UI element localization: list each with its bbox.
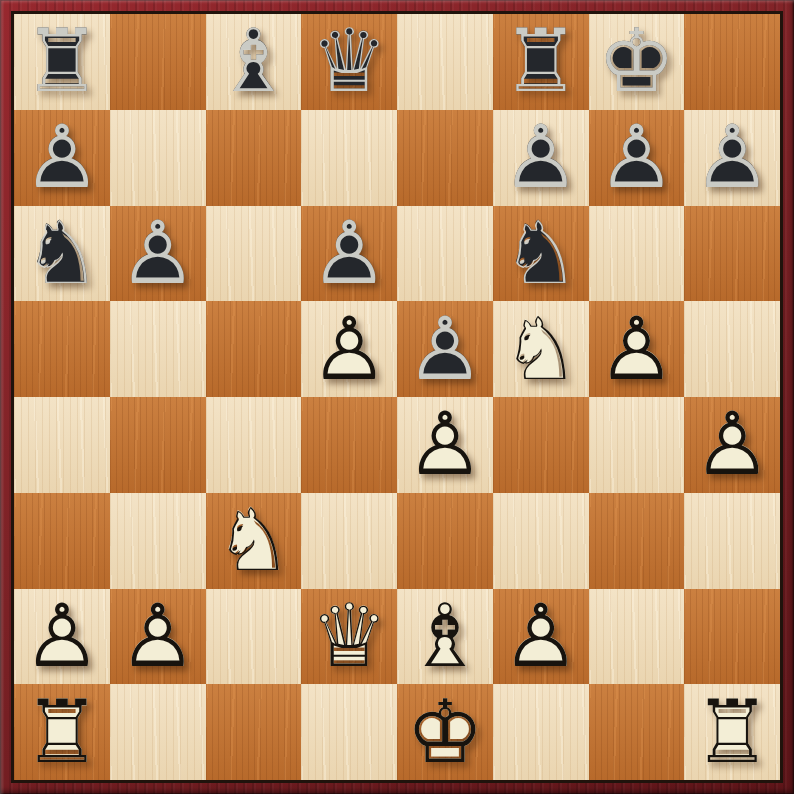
square-h4[interactable]: ♟♙ bbox=[684, 397, 780, 493]
square-c2[interactable] bbox=[206, 589, 302, 685]
square-b6[interactable]: ♟♙ bbox=[110, 206, 206, 302]
board-inner-border: ♜♖♝♗♛♕♜♖♚♔♟♙♟♙♟♙♟♙♞♘♟♙♟♙♞♘♟♙♟♙♞♘♟♙♟♙♟♙♞♘… bbox=[11, 11, 783, 783]
white-queen-outline-icon: ♕ bbox=[301, 589, 397, 685]
square-a1[interactable]: ♜♖ bbox=[14, 684, 110, 780]
square-d8[interactable]: ♛♕ bbox=[301, 14, 397, 110]
white-pawn-outline-icon: ♙ bbox=[301, 301, 397, 397]
square-f2[interactable]: ♟♙ bbox=[493, 589, 589, 685]
white-pawn-outline-icon: ♙ bbox=[397, 397, 493, 493]
square-a6[interactable]: ♞♘ bbox=[14, 206, 110, 302]
square-g1[interactable] bbox=[589, 684, 685, 780]
piece-black-bishop[interactable]: ♝♗ bbox=[206, 14, 302, 110]
square-e6[interactable] bbox=[397, 206, 493, 302]
square-b2[interactable]: ♟♙ bbox=[110, 589, 206, 685]
square-g2[interactable] bbox=[589, 589, 685, 685]
square-g5[interactable]: ♟♙ bbox=[589, 301, 685, 397]
piece-black-knight[interactable]: ♞♘ bbox=[493, 206, 589, 302]
piece-black-rook[interactable]: ♜♖ bbox=[493, 14, 589, 110]
piece-white-pawn[interactable]: ♟♙ bbox=[684, 397, 780, 493]
black-pawn-outline-icon: ♙ bbox=[14, 110, 110, 206]
black-pawn-outline-icon: ♙ bbox=[493, 110, 589, 206]
square-g8[interactable]: ♚♔ bbox=[589, 14, 685, 110]
white-pawn-outline-icon: ♙ bbox=[110, 589, 206, 685]
square-f7[interactable]: ♟♙ bbox=[493, 110, 589, 206]
square-g4[interactable] bbox=[589, 397, 685, 493]
square-f3[interactable] bbox=[493, 493, 589, 589]
white-knight-outline-icon: ♘ bbox=[206, 493, 302, 589]
square-b7[interactable] bbox=[110, 110, 206, 206]
square-b1[interactable] bbox=[110, 684, 206, 780]
piece-black-pawn[interactable]: ♟♙ bbox=[589, 110, 685, 206]
piece-white-pawn[interactable]: ♟♙ bbox=[589, 301, 685, 397]
square-f5[interactable]: ♞♘ bbox=[493, 301, 589, 397]
square-e5[interactable]: ♟♙ bbox=[397, 301, 493, 397]
piece-black-rook[interactable]: ♜♖ bbox=[14, 14, 110, 110]
black-knight-outline-icon: ♘ bbox=[493, 206, 589, 302]
piece-white-bishop[interactable]: ♝♗ bbox=[397, 589, 493, 685]
square-e4[interactable]: ♟♙ bbox=[397, 397, 493, 493]
black-rook-outline-icon: ♖ bbox=[493, 14, 589, 110]
white-pawn-outline-icon: ♙ bbox=[589, 301, 685, 397]
square-g3[interactable] bbox=[589, 493, 685, 589]
square-b3[interactable] bbox=[110, 493, 206, 589]
piece-black-pawn[interactable]: ♟♙ bbox=[110, 206, 206, 302]
piece-white-king[interactable]: ♚♔ bbox=[397, 684, 493, 780]
piece-white-knight[interactable]: ♞♘ bbox=[206, 493, 302, 589]
square-d2[interactable]: ♛♕ bbox=[301, 589, 397, 685]
square-c7[interactable] bbox=[206, 110, 302, 206]
black-pawn-outline-icon: ♙ bbox=[589, 110, 685, 206]
square-f6[interactable]: ♞♘ bbox=[493, 206, 589, 302]
piece-white-rook[interactable]: ♜♖ bbox=[684, 684, 780, 780]
square-e8[interactable] bbox=[397, 14, 493, 110]
square-f8[interactable]: ♜♖ bbox=[493, 14, 589, 110]
piece-white-pawn[interactable]: ♟♙ bbox=[493, 589, 589, 685]
square-b5[interactable] bbox=[110, 301, 206, 397]
square-d1[interactable] bbox=[301, 684, 397, 780]
piece-black-queen[interactable]: ♛♕ bbox=[301, 14, 397, 110]
piece-black-pawn[interactable]: ♟♙ bbox=[684, 110, 780, 206]
square-b4[interactable] bbox=[110, 397, 206, 493]
chess-board: ♜♖♝♗♛♕♜♖♚♔♟♙♟♙♟♙♟♙♞♘♟♙♟♙♞♘♟♙♟♙♞♘♟♙♟♙♟♙♞♘… bbox=[14, 14, 780, 780]
square-f1[interactable] bbox=[493, 684, 589, 780]
piece-white-pawn[interactable]: ♟♙ bbox=[110, 589, 206, 685]
white-pawn-outline-icon: ♙ bbox=[14, 589, 110, 685]
white-rook-outline-icon: ♖ bbox=[684, 684, 780, 780]
square-a2[interactable]: ♟♙ bbox=[14, 589, 110, 685]
square-c4[interactable] bbox=[206, 397, 302, 493]
square-g6[interactable] bbox=[589, 206, 685, 302]
white-king-outline-icon: ♔ bbox=[397, 684, 493, 780]
square-f4[interactable] bbox=[493, 397, 589, 493]
square-a3[interactable] bbox=[14, 493, 110, 589]
white-bishop-outline-icon: ♗ bbox=[397, 589, 493, 685]
square-c8[interactable]: ♝♗ bbox=[206, 14, 302, 110]
square-g7[interactable]: ♟♙ bbox=[589, 110, 685, 206]
white-pawn-outline-icon: ♙ bbox=[684, 397, 780, 493]
chess-app: ♜♖♝♗♛♕♜♖♚♔♟♙♟♙♟♙♟♙♞♘♟♙♟♙♞♘♟♙♟♙♞♘♟♙♟♙♟♙♞♘… bbox=[0, 0, 794, 794]
piece-black-pawn[interactable]: ♟♙ bbox=[14, 110, 110, 206]
square-a5[interactable] bbox=[14, 301, 110, 397]
piece-white-pawn[interactable]: ♟♙ bbox=[301, 301, 397, 397]
black-knight-outline-icon: ♘ bbox=[14, 206, 110, 302]
piece-black-pawn[interactable]: ♟♙ bbox=[493, 110, 589, 206]
square-d7[interactable] bbox=[301, 110, 397, 206]
square-a8[interactable]: ♜♖ bbox=[14, 14, 110, 110]
square-c1[interactable] bbox=[206, 684, 302, 780]
piece-black-pawn[interactable]: ♟♙ bbox=[301, 206, 397, 302]
square-c5[interactable] bbox=[206, 301, 302, 397]
board-frame: ♜♖♝♗♛♕♜♖♚♔♟♙♟♙♟♙♟♙♞♘♟♙♟♙♞♘♟♙♟♙♞♘♟♙♟♙♟♙♞♘… bbox=[0, 0, 794, 794]
black-pawn-outline-icon: ♙ bbox=[397, 301, 493, 397]
square-h1[interactable]: ♜♖ bbox=[684, 684, 780, 780]
black-pawn-outline-icon: ♙ bbox=[301, 206, 397, 302]
square-e1[interactable]: ♚♔ bbox=[397, 684, 493, 780]
square-h7[interactable]: ♟♙ bbox=[684, 110, 780, 206]
piece-white-queen[interactable]: ♛♕ bbox=[301, 589, 397, 685]
black-bishop-outline-icon: ♗ bbox=[206, 14, 302, 110]
piece-white-knight[interactable]: ♞♘ bbox=[493, 301, 589, 397]
piece-white-rook[interactable]: ♜♖ bbox=[14, 684, 110, 780]
square-d3[interactable] bbox=[301, 493, 397, 589]
piece-black-pawn[interactable]: ♟♙ bbox=[397, 301, 493, 397]
black-pawn-outline-icon: ♙ bbox=[684, 110, 780, 206]
square-e3[interactable] bbox=[397, 493, 493, 589]
square-h6[interactable] bbox=[684, 206, 780, 302]
square-c6[interactable] bbox=[206, 206, 302, 302]
square-h2[interactable] bbox=[684, 589, 780, 685]
white-rook-outline-icon: ♖ bbox=[14, 684, 110, 780]
square-h5[interactable] bbox=[684, 301, 780, 397]
square-h3[interactable] bbox=[684, 493, 780, 589]
piece-black-knight[interactable]: ♞♘ bbox=[14, 206, 110, 302]
square-c3[interactable]: ♞♘ bbox=[206, 493, 302, 589]
white-knight-outline-icon: ♘ bbox=[493, 301, 589, 397]
square-b8[interactable] bbox=[110, 14, 206, 110]
square-a4[interactable] bbox=[14, 397, 110, 493]
piece-black-king[interactable]: ♚♔ bbox=[589, 14, 685, 110]
white-pawn-outline-icon: ♙ bbox=[493, 589, 589, 685]
square-e2[interactable]: ♝♗ bbox=[397, 589, 493, 685]
square-e7[interactable] bbox=[397, 110, 493, 206]
piece-white-pawn[interactable]: ♟♙ bbox=[14, 589, 110, 685]
square-d5[interactable]: ♟♙ bbox=[301, 301, 397, 397]
piece-white-pawn[interactable]: ♟♙ bbox=[397, 397, 493, 493]
square-a7[interactable]: ♟♙ bbox=[14, 110, 110, 206]
black-pawn-outline-icon: ♙ bbox=[110, 206, 206, 302]
square-d4[interactable] bbox=[301, 397, 397, 493]
black-queen-outline-icon: ♕ bbox=[301, 14, 397, 110]
black-king-outline-icon: ♔ bbox=[589, 14, 685, 110]
square-h8[interactable] bbox=[684, 14, 780, 110]
black-rook-outline-icon: ♖ bbox=[14, 14, 110, 110]
square-d6[interactable]: ♟♙ bbox=[301, 206, 397, 302]
